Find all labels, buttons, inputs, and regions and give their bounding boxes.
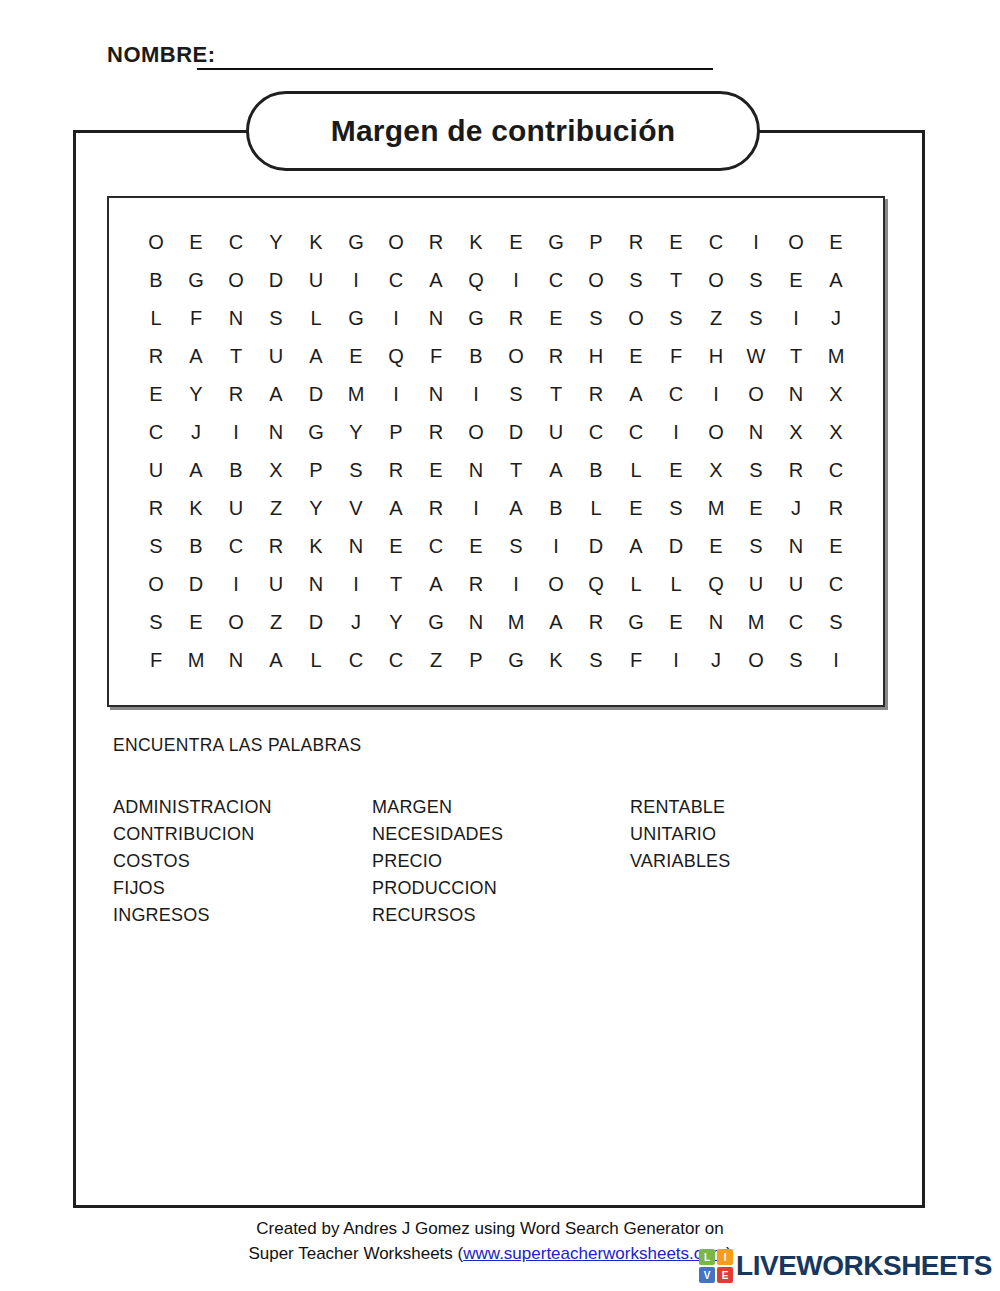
grid-cell[interactable]: X <box>816 376 856 414</box>
grid-cell[interactable]: E <box>616 338 656 376</box>
grid-cell[interactable]: L <box>296 642 336 680</box>
grid-cell[interactable]: U <box>776 566 816 604</box>
grid-cell[interactable]: J <box>696 642 736 680</box>
grid-cell[interactable]: G <box>416 604 456 642</box>
grid-cell[interactable]: I <box>816 642 856 680</box>
grid-cell[interactable]: F <box>656 338 696 376</box>
grid-cell[interactable]: R <box>576 376 616 414</box>
grid-cell[interactable]: E <box>816 528 856 566</box>
grid-cell[interactable]: R <box>136 490 176 528</box>
grid-cell[interactable]: L <box>616 452 656 490</box>
grid-cell[interactable]: E <box>416 452 456 490</box>
grid-cell[interactable]: I <box>496 262 536 300</box>
grid-cell[interactable]: E <box>376 528 416 566</box>
grid-cell[interactable]: C <box>616 414 656 452</box>
grid-cell[interactable]: P <box>456 642 496 680</box>
word-column: MARGENNECESIDADESPRECIOPRODUCCIONRECURSO… <box>372 794 630 929</box>
grid-cell[interactable]: Z <box>416 642 456 680</box>
grid-cell[interactable]: Y <box>336 414 376 452</box>
grid-cell[interactable]: S <box>576 300 616 338</box>
grid-cell[interactable]: R <box>376 452 416 490</box>
grid-cell[interactable]: J <box>816 300 856 338</box>
grid-cell[interactable]: S <box>496 528 536 566</box>
grid-cell[interactable]: M <box>816 338 856 376</box>
grid-cell[interactable]: I <box>496 566 536 604</box>
grid-cell[interactable]: P <box>376 414 416 452</box>
instructions-heading: ENCUENTRA LAS PALABRAS <box>113 735 361 756</box>
logo-square-v: V <box>699 1267 715 1283</box>
grid-cell[interactable]: J <box>336 604 376 642</box>
grid-cell[interactable]: N <box>216 642 256 680</box>
grid-cell[interactable]: U <box>216 490 256 528</box>
grid-cell[interactable]: S <box>336 452 376 490</box>
grid-cell[interactable]: O <box>136 224 176 262</box>
word-item: NECESIDADES <box>372 821 630 848</box>
grid-cell[interactable]: M <box>336 376 376 414</box>
word-item: RECURSOS <box>372 902 630 929</box>
grid-cell[interactable]: E <box>496 224 536 262</box>
grid-cell[interactable]: N <box>696 604 736 642</box>
grid-cell[interactable]: S <box>736 452 776 490</box>
grid-cell[interactable]: N <box>456 452 496 490</box>
grid-cell[interactable]: B <box>456 338 496 376</box>
grid-cell[interactable]: N <box>256 414 296 452</box>
liveworksheets-logo: LIVE LIVEWORKSHEETS <box>699 1249 992 1283</box>
grid-cell[interactable]: L <box>616 566 656 604</box>
grid-cell[interactable]: E <box>656 224 696 262</box>
grid-cell[interactable]: B <box>216 452 256 490</box>
grid-cell[interactable]: I <box>376 376 416 414</box>
grid-cell[interactable]: D <box>656 528 696 566</box>
grid-cell[interactable]: A <box>296 338 336 376</box>
grid-cell[interactable]: L <box>656 566 696 604</box>
word-item: RENTABLE <box>630 794 731 821</box>
grid-cell[interactable]: C <box>376 262 416 300</box>
grid-cell[interactable]: C <box>576 414 616 452</box>
page-title: Margen de contribución <box>331 114 675 148</box>
grid-cell[interactable]: E <box>176 604 216 642</box>
grid-cell[interactable]: U <box>136 452 176 490</box>
grid-cell[interactable]: B <box>136 262 176 300</box>
grid-cell[interactable]: G <box>456 300 496 338</box>
grid-cell[interactable]: H <box>576 338 616 376</box>
grid-cell[interactable]: K <box>456 224 496 262</box>
grid-cell[interactable]: I <box>336 566 376 604</box>
grid-cell[interactable]: Z <box>256 490 296 528</box>
grid-cell[interactable]: R <box>456 566 496 604</box>
grid-cell[interactable]: S <box>656 300 696 338</box>
logo-square-e: E <box>717 1267 733 1283</box>
grid-cell[interactable]: A <box>376 490 416 528</box>
word-column: ADMINISTRACIONCONTRIBUCIONCOSTOSFIJOSING… <box>113 794 372 929</box>
grid-cell[interactable]: C <box>376 642 416 680</box>
grid-cell[interactable]: X <box>256 452 296 490</box>
grid-cell[interactable]: Y <box>376 604 416 642</box>
grid-cell[interactable]: K <box>536 642 576 680</box>
grid-cell[interactable]: T <box>496 452 536 490</box>
grid-cell[interactable]: O <box>536 566 576 604</box>
grid-cell[interactable]: B <box>576 452 616 490</box>
grid-cell[interactable]: Y <box>176 376 216 414</box>
grid-cell[interactable]: I <box>536 528 576 566</box>
grid-cell[interactable]: M <box>496 604 536 642</box>
word-search-board: OECYKGORKEGPRECIOEBGODUICAQICOSTOSEALFNS… <box>107 196 885 707</box>
grid-cell[interactable]: I <box>656 414 696 452</box>
word-item: FIJOS <box>113 875 372 902</box>
grid-cell[interactable]: I <box>456 376 496 414</box>
grid-cell[interactable]: O <box>216 604 256 642</box>
word-item: INGRESOS <box>113 902 372 929</box>
grid-cell[interactable]: C <box>816 452 856 490</box>
grid-cell[interactable]: N <box>736 414 776 452</box>
grid-cell[interactable]: R <box>776 452 816 490</box>
grid-cell[interactable]: J <box>776 490 816 528</box>
grid-cell[interactable]: R <box>416 224 456 262</box>
grid-cell[interactable]: S <box>736 262 776 300</box>
grid-cell[interactable]: U <box>536 414 576 452</box>
grid-cell[interactable]: E <box>536 300 576 338</box>
grid-cell[interactable]: A <box>256 376 296 414</box>
name-write-line[interactable] <box>197 68 713 70</box>
grid-cell[interactable]: S <box>736 528 776 566</box>
grid-cell[interactable]: C <box>536 262 576 300</box>
grid-cell[interactable]: T <box>376 566 416 604</box>
liveworksheets-wordmark: LIVEWORKSHEETS <box>736 1250 992 1282</box>
grid-cell[interactable]: P <box>296 452 336 490</box>
grid-cell[interactable]: T <box>536 376 576 414</box>
grid-cell[interactable]: A <box>536 604 576 642</box>
grid-cell[interactable]: U <box>296 262 336 300</box>
grid-cell[interactable]: A <box>496 490 536 528</box>
grid-cell[interactable]: Q <box>376 338 416 376</box>
grid-cell[interactable]: Z <box>256 604 296 642</box>
grid-cell[interactable]: S <box>136 604 176 642</box>
grid-cell[interactable]: Y <box>296 490 336 528</box>
grid-cell[interactable]: A <box>816 262 856 300</box>
grid-cell[interactable]: S <box>616 262 656 300</box>
grid-cell[interactable]: M <box>736 604 776 642</box>
letter-grid: OECYKGORKEGPRECIOEBGODUICAQICOSTOSEALFNS… <box>136 224 856 680</box>
grid-cell[interactable]: R <box>256 528 296 566</box>
grid-cell[interactable]: E <box>616 490 656 528</box>
grid-cell[interactable]: A <box>176 338 216 376</box>
grid-cell[interactable]: S <box>776 642 816 680</box>
grid-cell[interactable]: Q <box>456 262 496 300</box>
grid-cell[interactable]: S <box>256 300 296 338</box>
grid-cell[interactable]: U <box>736 566 776 604</box>
word-column: RENTABLEUNITARIOVARIABLES <box>630 794 731 929</box>
grid-cell[interactable]: B <box>536 490 576 528</box>
grid-cell[interactable]: T <box>216 338 256 376</box>
grid-cell[interactable]: J <box>176 414 216 452</box>
liveworksheets-icon: LIVE <box>699 1249 733 1283</box>
grid-cell[interactable]: O <box>696 414 736 452</box>
grid-cell[interactable]: I <box>376 300 416 338</box>
word-item: PRECIO <box>372 848 630 875</box>
grid-cell[interactable]: C <box>696 224 736 262</box>
grid-cell[interactable]: P <box>576 224 616 262</box>
grid-cell[interactable]: N <box>456 604 496 642</box>
grid-cell[interactable]: S <box>136 528 176 566</box>
grid-cell[interactable]: C <box>216 224 256 262</box>
title-banner: Margen de contribución <box>246 91 760 171</box>
grid-cell[interactable]: F <box>136 642 176 680</box>
grid-cell[interactable]: E <box>136 376 176 414</box>
footer-line1: Created by Andres J Gomez using Word Sea… <box>0 1216 980 1241</box>
grid-cell[interactable]: W <box>736 338 776 376</box>
grid-cell[interactable]: K <box>296 224 336 262</box>
grid-cell[interactable]: N <box>336 528 376 566</box>
grid-cell[interactable]: M <box>176 642 216 680</box>
word-item: ADMINISTRACION <box>113 794 372 821</box>
grid-cell[interactable]: O <box>216 262 256 300</box>
grid-cell[interactable]: C <box>216 528 256 566</box>
grid-cell[interactable]: A <box>176 452 216 490</box>
grid-cell[interactable]: O <box>456 414 496 452</box>
word-item: CONTRIBUCION <box>113 821 372 848</box>
grid-cell[interactable]: G <box>496 642 536 680</box>
grid-cell[interactable]: I <box>776 300 816 338</box>
grid-cell[interactable]: R <box>496 300 536 338</box>
grid-cell[interactable]: N <box>416 376 456 414</box>
grid-cell[interactable]: V <box>336 490 376 528</box>
grid-cell[interactable]: O <box>616 300 656 338</box>
grid-cell[interactable]: M <box>696 490 736 528</box>
grid-cell[interactable]: D <box>256 262 296 300</box>
grid-cell[interactable]: R <box>216 376 256 414</box>
grid-cell[interactable]: T <box>656 262 696 300</box>
grid-cell[interactable]: R <box>576 604 616 642</box>
grid-cell[interactable]: R <box>136 338 176 376</box>
grid-cell[interactable]: G <box>176 262 216 300</box>
logo-square-l: L <box>699 1249 715 1265</box>
grid-cell[interactable]: G <box>536 224 576 262</box>
grid-cell[interactable]: S <box>576 642 616 680</box>
grid-cell[interactable]: D <box>296 604 336 642</box>
grid-cell[interactable]: C <box>776 604 816 642</box>
grid-cell[interactable]: C <box>416 528 456 566</box>
grid-cell[interactable]: D <box>296 376 336 414</box>
grid-cell[interactable]: T <box>776 338 816 376</box>
grid-cell[interactable]: E <box>696 528 736 566</box>
grid-cell[interactable]: A <box>416 566 456 604</box>
grid-cell[interactable]: O <box>776 224 816 262</box>
grid-cell[interactable]: O <box>696 262 736 300</box>
grid-cell[interactable]: A <box>616 376 656 414</box>
grid-cell[interactable]: A <box>416 262 456 300</box>
grid-cell[interactable]: F <box>616 642 656 680</box>
grid-cell[interactable]: I <box>216 566 256 604</box>
grid-cell[interactable]: E <box>656 604 696 642</box>
grid-cell[interactable]: N <box>416 300 456 338</box>
grid-cell[interactable]: G <box>336 300 376 338</box>
name-label: NOMBRE: <box>107 42 216 67</box>
grid-cell[interactable]: C <box>656 376 696 414</box>
grid-cell[interactable]: O <box>136 566 176 604</box>
grid-cell[interactable]: N <box>296 566 336 604</box>
grid-cell[interactable]: O <box>736 376 776 414</box>
word-item: COSTOS <box>113 848 372 875</box>
grid-cell[interactable]: L <box>576 490 616 528</box>
grid-cell[interactable]: O <box>576 262 616 300</box>
grid-cell[interactable]: R <box>416 414 456 452</box>
grid-cell[interactable]: C <box>336 642 376 680</box>
grid-cell[interactable]: E <box>336 338 376 376</box>
grid-cell[interactable]: G <box>616 604 656 642</box>
grid-cell[interactable]: L <box>136 300 176 338</box>
grid-cell[interactable]: G <box>336 224 376 262</box>
grid-cell[interactable]: Q <box>696 566 736 604</box>
word-item: UNITARIO <box>630 821 731 848</box>
grid-cell[interactable]: E <box>816 224 856 262</box>
grid-cell[interactable]: E <box>456 528 496 566</box>
grid-cell[interactable]: S <box>816 604 856 642</box>
grid-cell[interactable]: E <box>176 224 216 262</box>
word-item: VARIABLES <box>630 848 731 875</box>
grid-cell[interactable]: N <box>776 376 816 414</box>
grid-cell[interactable]: B <box>176 528 216 566</box>
grid-cell[interactable]: A <box>616 528 656 566</box>
grid-cell[interactable]: F <box>176 300 216 338</box>
grid-cell[interactable]: D <box>176 566 216 604</box>
grid-cell[interactable]: O <box>496 338 536 376</box>
grid-cell[interactable]: S <box>656 490 696 528</box>
grid-cell[interactable]: O <box>376 224 416 262</box>
grid-cell[interactable]: D <box>576 528 616 566</box>
grid-cell[interactable]: E <box>736 490 776 528</box>
grid-cell[interactable]: C <box>136 414 176 452</box>
grid-cell[interactable]: N <box>776 528 816 566</box>
superteacherworksheets-link[interactable]: www.superteacherworksheets.com <box>463 1244 726 1263</box>
grid-cell[interactable]: S <box>496 376 536 414</box>
grid-cell[interactable]: Z <box>696 300 736 338</box>
grid-cell[interactable]: U <box>256 566 296 604</box>
grid-cell[interactable]: K <box>296 528 336 566</box>
grid-cell[interactable]: A <box>536 452 576 490</box>
grid-cell[interactable]: Q <box>576 566 616 604</box>
grid-cell[interactable]: Y <box>256 224 296 262</box>
grid-cell[interactable]: K <box>176 490 216 528</box>
grid-cell[interactable]: D <box>496 414 536 452</box>
word-item: PRODUCCION <box>372 875 630 902</box>
grid-cell[interactable]: I <box>336 262 376 300</box>
grid-cell[interactable]: L <box>296 300 336 338</box>
grid-cell[interactable]: I <box>656 642 696 680</box>
grid-cell[interactable]: R <box>416 490 456 528</box>
grid-cell[interactable]: X <box>696 452 736 490</box>
worksheet-page: NOMBRE: Margen de contribución OECYKGORK… <box>0 0 1000 1291</box>
grid-cell[interactable]: X <box>776 414 816 452</box>
grid-cell[interactable]: A <box>256 642 296 680</box>
grid-cell[interactable]: H <box>696 338 736 376</box>
grid-cell[interactable]: E <box>656 452 696 490</box>
word-list: ADMINISTRACIONCONTRIBUCIONCOSTOSFIJOSING… <box>113 794 731 929</box>
grid-cell[interactable]: I <box>456 490 496 528</box>
grid-cell[interactable]: I <box>216 414 256 452</box>
grid-cell[interactable]: I <box>696 376 736 414</box>
name-row: NOMBRE: <box>107 42 216 68</box>
grid-cell[interactable]: R <box>816 490 856 528</box>
grid-cell[interactable]: G <box>296 414 336 452</box>
logo-square-i: I <box>717 1249 733 1265</box>
grid-cell[interactable]: R <box>536 338 576 376</box>
grid-cell[interactable]: N <box>216 300 256 338</box>
word-item: MARGEN <box>372 794 630 821</box>
grid-cell[interactable]: C <box>816 566 856 604</box>
grid-cell[interactable]: X <box>816 414 856 452</box>
grid-cell[interactable]: U <box>256 338 296 376</box>
grid-cell[interactable]: E <box>776 262 816 300</box>
grid-cell[interactable]: I <box>736 224 776 262</box>
grid-cell[interactable]: F <box>416 338 456 376</box>
grid-cell[interactable]: O <box>736 642 776 680</box>
grid-cell[interactable]: R <box>616 224 656 262</box>
grid-cell[interactable]: S <box>736 300 776 338</box>
